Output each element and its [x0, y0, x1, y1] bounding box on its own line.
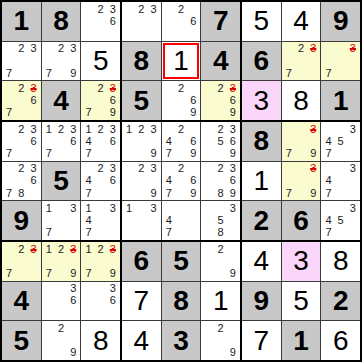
candidate-7: 7 — [322, 187, 334, 199]
candidate-2: 2 — [215, 322, 227, 334]
candidate-3: 3 — [147, 202, 159, 214]
candidate-6: 6 — [27, 95, 39, 107]
candidate-6: 6 — [27, 135, 39, 147]
cell-r1c9[interactable]: 9 — [321, 2, 360, 41]
cell-r9c9[interactable]: 6 — [321, 321, 360, 360]
candidate-4: 4 — [163, 215, 175, 227]
candidate-1: 1 — [123, 123, 135, 135]
candidate-3: 3 — [27, 43, 39, 55]
given-digit: 8 — [42, 2, 81, 41]
candidate-1: 1 — [43, 123, 55, 135]
cell-r4c8[interactable]: 379 — [282, 122, 321, 161]
candidate-6: 6 — [107, 295, 119, 307]
cell-r4c9[interactable]: 3457 — [321, 122, 360, 161]
cell-r5c7[interactable]: 1 — [242, 162, 281, 201]
cell-r5c5[interactable]: 24679 — [162, 162, 201, 201]
cell-r3c7[interactable]: 3 — [242, 81, 281, 120]
cell-r7c2[interactable]: 12379 — [42, 242, 81, 281]
cell-r8c3[interactable]: 36 — [81, 282, 120, 321]
cell-r1c4[interactable]: 23 — [122, 2, 161, 41]
cell-r6c1[interactable]: 9 — [2, 201, 41, 240]
given-digit: 8 — [122, 42, 161, 81]
candidate-3: 3 — [347, 202, 359, 214]
cell-r3c6[interactable]: 2369 — [201, 81, 240, 120]
candidate-2: 2 — [95, 82, 107, 94]
candidate-9: 9 — [107, 107, 119, 119]
filled-digit: 4 — [242, 242, 281, 281]
cell-r5c4[interactable]: 239 — [122, 162, 161, 201]
given-digit: 1 — [282, 321, 321, 360]
candidate-7: 7 — [3, 67, 15, 79]
candidate-7: 7 — [163, 147, 175, 159]
cell-r6c5[interactable]: 47 — [162, 201, 201, 240]
candidate-1: 1 — [82, 202, 94, 214]
candidate-3-struck: 3 — [307, 43, 319, 55]
filled-digit: 1 — [201, 282, 240, 321]
candidate-3: 3 — [107, 3, 119, 15]
filled-digit: 3 — [282, 242, 321, 281]
candidate-6: 6 — [107, 15, 119, 27]
given-digit: 4 — [2, 282, 41, 321]
cell-r9c5[interactable]: 3 — [162, 321, 201, 360]
box-6: 837934571379347263457 — [242, 122, 360, 240]
candidate-9: 9 — [147, 187, 159, 199]
candidate-7: 7 — [82, 267, 94, 279]
candidate-6: 6 — [187, 15, 199, 27]
candidate-2: 2 — [215, 82, 227, 94]
cell-r7c9[interactable]: 8 — [321, 242, 360, 281]
candidate-3: 3 — [227, 202, 239, 214]
cell-r1c5[interactable]: 26 — [162, 2, 201, 41]
candidate-9: 9 — [187, 187, 199, 199]
cell-r3c1[interactable]: 2367 — [2, 81, 41, 120]
candidate-2: 2 — [175, 3, 187, 15]
candidate-3-struck: 3 — [67, 243, 79, 255]
cell-r5c6[interactable]: 23689 — [201, 162, 240, 201]
cell-r3c3[interactable]: 23679 — [81, 81, 120, 120]
candidate-2: 2 — [135, 3, 147, 15]
candidate-7: 7 — [3, 187, 15, 199]
cell-r5c8[interactable]: 379 — [282, 162, 321, 201]
cell-r3c8[interactable]: 8 — [282, 81, 321, 120]
filled-digit: 5 — [242, 2, 281, 41]
cell-r6c7[interactable]: 2 — [242, 201, 281, 240]
candidate-9: 9 — [307, 187, 319, 199]
cell-r2c2[interactable]: 2379 — [42, 42, 81, 81]
cell-r8c1[interactable]: 4 — [2, 282, 41, 321]
candidate-3-struck: 3 — [107, 82, 119, 94]
cell-r4c6[interactable]: 23569 — [201, 122, 240, 161]
candidate-6: 6 — [67, 295, 79, 307]
candidate-2: 2 — [95, 243, 107, 255]
candidate-2: 2 — [215, 163, 227, 175]
candidate-3: 3 — [67, 43, 79, 55]
candidate-9: 9 — [227, 267, 239, 279]
box-8: 65297814329 — [122, 242, 240, 360]
candidate-3: 3 — [67, 202, 79, 214]
cell-r7c1[interactable]: 237 — [2, 242, 41, 281]
given-digit: 5 — [162, 242, 201, 281]
candidate-2: 2 — [215, 243, 227, 255]
given-digit: 2 — [321, 282, 360, 321]
candidate-9: 9 — [307, 147, 319, 159]
given-digit: 5 — [42, 162, 81, 201]
candidate-2: 2 — [15, 163, 27, 175]
cell-r6c3[interactable]: 1347 — [81, 201, 120, 240]
candidate-2: 2 — [15, 243, 27, 255]
cell-r2c5[interactable]: 1 — [162, 42, 201, 81]
candidate-2: 2 — [55, 43, 67, 55]
candidate-3-struck: 3 — [107, 243, 119, 255]
cell-r5c9[interactable]: 347 — [321, 162, 360, 201]
candidate-9: 9 — [107, 267, 119, 279]
cell-r6c9[interactable]: 3457 — [321, 201, 360, 240]
cell-r3c9[interactable]: 1 — [321, 81, 360, 120]
candidate-2: 2 — [135, 163, 147, 175]
filled-digit: 8 — [81, 321, 120, 360]
candidate-2: 2 — [95, 123, 107, 135]
cell-r4c7[interactable]: 8 — [242, 122, 281, 161]
candidate-7: 7 — [283, 147, 295, 159]
candidate-9: 9 — [147, 147, 159, 159]
cell-r8c5[interactable]: 8 — [162, 282, 201, 321]
candidate-1: 1 — [123, 202, 135, 214]
candidate-9: 9 — [67, 67, 79, 79]
given-digit: 6 — [242, 42, 281, 81]
cell-r4c4[interactable]: 1239 — [122, 122, 161, 161]
candidate-2: 2 — [175, 82, 187, 94]
cell-r3c2[interactable]: 4 — [42, 81, 81, 120]
cell-r8c7[interactable]: 9 — [242, 282, 281, 321]
candidate-2: 2 — [55, 243, 67, 255]
candidate-7: 7 — [322, 147, 334, 159]
cell-r2c3[interactable]: 5 — [81, 42, 120, 81]
candidate-7: 7 — [43, 147, 55, 159]
candidate-7: 7 — [3, 267, 15, 279]
candidate-9: 9 — [67, 347, 79, 359]
cell-r1c6[interactable]: 7 — [201, 2, 240, 41]
cell-r1c3[interactable]: 236 — [81, 2, 120, 41]
candidate-1: 1 — [43, 243, 55, 255]
candidate-4: 4 — [163, 175, 175, 187]
candidate-7: 7 — [163, 227, 175, 239]
candidate-2: 2 — [215, 123, 227, 135]
candidate-7: 7 — [283, 67, 295, 79]
candidate-6: 6 — [107, 135, 119, 147]
candidate-3: 3 — [147, 123, 159, 135]
box-2: 2326781452692369 — [122, 2, 240, 120]
cell-r7c7[interactable]: 4 — [242, 242, 281, 281]
cell-r4c1[interactable]: 2367 — [2, 122, 41, 161]
candidate-3-struck: 3 — [27, 243, 39, 255]
candidate-5: 5 — [215, 135, 227, 147]
cell-r6c8[interactable]: 6 — [282, 201, 321, 240]
candidate-3: 3 — [67, 123, 79, 135]
box-3: 549623737381 — [242, 2, 360, 120]
candidate-3-struck: 3 — [347, 43, 359, 55]
given-digit: 8 — [162, 282, 201, 321]
candidate-2: 2 — [295, 43, 307, 55]
candidate-2: 2 — [135, 123, 147, 135]
cell-r4c3[interactable]: 123467 — [81, 122, 120, 161]
cell-r8c9[interactable]: 2 — [321, 282, 360, 321]
candidate-6: 6 — [27, 175, 39, 187]
candidate-1: 1 — [43, 202, 55, 214]
cell-r6c4[interactable]: 13 — [122, 201, 161, 240]
given-digit: 5 — [122, 81, 161, 120]
cell-r2c8[interactable]: 237 — [282, 42, 321, 81]
candidate-7: 7 — [82, 147, 94, 159]
candidate-9: 9 — [187, 107, 199, 119]
candidate-2: 2 — [15, 123, 27, 135]
candidate-3: 3 — [27, 123, 39, 135]
cell-r9c7[interactable]: 7 — [242, 321, 281, 360]
cell-r9c6[interactable]: 29 — [201, 321, 240, 360]
candidate-2: 2 — [175, 163, 187, 175]
candidate-7: 7 — [3, 107, 15, 119]
cell-r5c3[interactable]: 23467 — [81, 162, 120, 201]
cell-r9c3[interactable]: 8 — [81, 321, 120, 360]
candidate-3-struck: 3 — [227, 82, 239, 94]
given-digit: 8 — [242, 122, 281, 161]
cell-r6c2[interactable]: 137 — [42, 201, 81, 240]
candidate-6: 6 — [67, 135, 79, 147]
candidate-2: 2 — [55, 123, 67, 135]
given-digit: 9 — [321, 2, 360, 41]
candidate-5: 5 — [335, 135, 347, 147]
candidate-8: 8 — [215, 227, 227, 239]
candidate-4: 4 — [82, 175, 94, 187]
candidate-7: 7 — [163, 187, 175, 199]
candidate-7: 7 — [43, 267, 55, 279]
candidate-3: 3 — [27, 163, 39, 175]
candidate-7: 7 — [82, 107, 94, 119]
filled-digit: 8 — [321, 242, 360, 281]
candidate-7: 7 — [322, 227, 334, 239]
candidate-3: 3 — [347, 163, 359, 175]
candidate-1: 1 — [82, 243, 94, 255]
candidate-5: 5 — [335, 215, 347, 227]
given-digit: 1 — [321, 81, 360, 120]
candidate-9: 9 — [227, 187, 239, 199]
cell-r8c8[interactable]: 5 — [282, 282, 321, 321]
candidate-4: 4 — [322, 175, 334, 187]
cell-r1c2[interactable]: 8 — [42, 2, 81, 41]
candidate-4: 4 — [322, 215, 334, 227]
candidate-7: 7 — [283, 187, 295, 199]
given-digit: 4 — [42, 81, 81, 120]
cell-r1c7[interactable]: 5 — [242, 2, 281, 41]
filled-digit: 7 — [242, 321, 281, 360]
candidate-6: 6 — [107, 95, 119, 107]
candidate-3: 3 — [227, 163, 239, 175]
candidate-2: 2 — [55, 322, 67, 334]
candidate-7: 7 — [43, 227, 55, 239]
cell-r2c7[interactable]: 6 — [242, 42, 281, 81]
candidate-3-struck: 3 — [307, 123, 319, 135]
candidate-4: 4 — [163, 135, 175, 147]
cell-r8c4[interactable]: 7 — [122, 282, 161, 321]
cell-r4c5[interactable]: 24679 — [162, 122, 201, 161]
cell-r8c2[interactable]: 36 — [42, 282, 81, 321]
candidate-2: 2 — [175, 123, 187, 135]
candidate-4: 4 — [322, 135, 334, 147]
candidate-3: 3 — [107, 283, 119, 295]
cell-r9c1[interactable]: 5 — [2, 321, 41, 360]
candidate-3: 3 — [107, 163, 119, 175]
given-digit: 5 — [2, 321, 41, 360]
candidate-3: 3 — [67, 283, 79, 295]
candidate-3-struck: 3 — [27, 82, 39, 94]
filled-digit: 5 — [81, 42, 120, 81]
candidate-2: 2 — [95, 163, 107, 175]
filled-digit: 5 — [282, 282, 321, 321]
candidate-4: 4 — [82, 215, 94, 227]
candidate-8: 8 — [15, 187, 27, 199]
candidate-3: 3 — [347, 123, 359, 135]
given-digit: 6 — [122, 242, 161, 281]
cell-r4c2[interactable]: 12367 — [42, 122, 81, 161]
sudoku-board: 18236237237952367423679 2326781452692369… — [0, 0, 362, 362]
candidate-1: 1 — [82, 123, 94, 135]
candidate-6: 6 — [227, 175, 239, 187]
box-4: 2367123671234672367852346791371347 — [2, 122, 120, 240]
filled-digit: 4 — [282, 2, 321, 41]
cell-r9c4[interactable]: 4 — [122, 321, 161, 360]
filled-digit: 8 — [282, 81, 321, 120]
box-1: 18236237237952367423679 — [2, 2, 120, 120]
candidate-5: 5 — [215, 215, 227, 227]
cell-r2c1[interactable]: 237 — [2, 42, 41, 81]
filled-digit: 4 — [122, 321, 161, 360]
given-digit: 1 — [2, 2, 41, 41]
candidate-9: 9 — [227, 107, 239, 119]
candidate-6: 6 — [227, 135, 239, 147]
box-9: 438952716 — [242, 242, 360, 360]
box-5: 1239246792356923924679236891347358 — [122, 122, 240, 240]
given-digit: 9 — [242, 282, 281, 321]
candidate-3: 3 — [147, 3, 159, 15]
candidate-3: 3 — [227, 123, 239, 135]
candidate-7: 7 — [82, 187, 94, 199]
candidate-3: 3 — [107, 123, 119, 135]
candidate-2: 2 — [95, 3, 107, 15]
cell-r7c8[interactable]: 3 — [282, 242, 321, 281]
candidate-6: 6 — [187, 95, 199, 107]
cell-r8c6[interactable]: 1 — [201, 282, 240, 321]
cell-r7c3[interactable]: 12379 — [81, 242, 120, 281]
given-digit: 2 — [242, 201, 281, 240]
candidate-6: 6 — [107, 175, 119, 187]
candidate-6: 6 — [187, 135, 199, 147]
cell-r7c5[interactable]: 5 — [162, 242, 201, 281]
filled-digit: 1 — [242, 162, 281, 201]
given-digit: 7 — [201, 2, 240, 41]
filled-digit: 6 — [321, 321, 360, 360]
candidate-9: 9 — [227, 147, 239, 159]
given-digit: 9 — [2, 201, 41, 240]
given-digit: 3 — [162, 321, 201, 360]
cell-r5c1[interactable]: 23678 — [2, 162, 41, 201]
cell-r2c6[interactable]: 4 — [201, 42, 240, 81]
candidate-9: 9 — [67, 267, 79, 279]
candidate-3-struck: 3 — [307, 163, 319, 175]
candidate-9: 9 — [227, 347, 239, 359]
cell-r9c8[interactable]: 1 — [282, 321, 321, 360]
candidate-3: 3 — [147, 163, 159, 175]
cell-r6c6[interactable]: 358 — [201, 201, 240, 240]
candidate-7: 7 — [322, 67, 334, 79]
candidate-6: 6 — [187, 175, 199, 187]
candidate-3: 3 — [107, 202, 119, 214]
filled-digit: 3 — [242, 81, 281, 120]
candidate-7: 7 — [3, 147, 15, 159]
candidate-7: 7 — [43, 67, 55, 79]
candidate-7: 7 — [82, 227, 94, 239]
cell-r9c2[interactable]: 29 — [42, 321, 81, 360]
cell-r7c4[interactable]: 6 — [122, 242, 161, 281]
cell-r1c8[interactable]: 4 — [282, 2, 321, 41]
candidate-9: 9 — [187, 147, 199, 159]
filled-digit: 1 — [162, 42, 201, 81]
given-digit: 6 — [282, 201, 321, 240]
candidate-2: 2 — [15, 43, 27, 55]
given-digit: 4 — [201, 42, 240, 81]
candidate-4: 4 — [82, 135, 94, 147]
cell-r1c1[interactable]: 1 — [2, 2, 41, 41]
cell-r5c2[interactable]: 5 — [42, 162, 81, 201]
cell-r3c4[interactable]: 5 — [122, 81, 161, 120]
cell-r3c5[interactable]: 269 — [162, 81, 201, 120]
candidate-8: 8 — [215, 187, 227, 199]
cell-r7c6[interactable]: 29 — [201, 242, 240, 281]
filled-digit: 7 — [122, 282, 161, 321]
box-7: 2371237912379436365298 — [2, 242, 120, 360]
cell-r2c4[interactable]: 8 — [122, 42, 161, 81]
cell-r2c9[interactable]: 37 — [321, 42, 360, 81]
candidate-2: 2 — [15, 82, 27, 94]
candidate-6: 6 — [227, 95, 239, 107]
